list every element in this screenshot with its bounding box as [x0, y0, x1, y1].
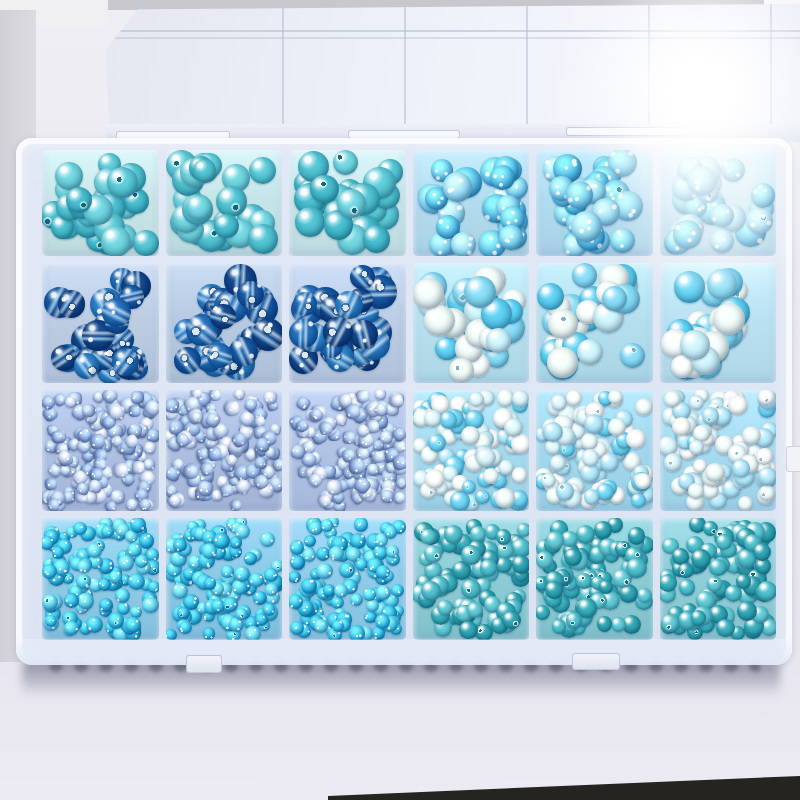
hinge-slot [566, 127, 686, 136]
bead [746, 207, 773, 234]
bead [179, 621, 192, 634]
bead [363, 225, 391, 253]
bead [751, 183, 776, 208]
bead [66, 187, 92, 213]
bead [511, 434, 529, 453]
bead [716, 619, 735, 638]
bead [384, 525, 398, 539]
bead [443, 172, 473, 202]
bead [335, 291, 363, 319]
bead [758, 390, 774, 405]
bead [517, 523, 529, 538]
bead [424, 545, 442, 563]
bead [290, 621, 304, 635]
bead [584, 489, 600, 505]
box-lid-open [106, 4, 800, 138]
bead [73, 522, 86, 535]
compartment-r2c2 [166, 263, 283, 383]
bead [572, 263, 597, 288]
bead [757, 581, 776, 601]
compartment-r3c3 [289, 390, 406, 511]
bead [674, 271, 706, 303]
bead [459, 621, 477, 639]
photo-scene [0, 0, 800, 800]
compartment-tray [42, 150, 776, 640]
bead [428, 434, 446, 452]
bead [581, 433, 598, 450]
bead [304, 535, 316, 547]
compartment-r3c2 [166, 390, 283, 511]
compartment-r1c5 [536, 150, 653, 256]
bead [316, 563, 332, 579]
bead [235, 524, 251, 540]
bead [420, 529, 435, 544]
bead [490, 165, 515, 190]
bead [504, 418, 523, 437]
bead [45, 498, 60, 511]
bead [476, 448, 495, 467]
bead [237, 281, 264, 308]
bead [597, 616, 613, 632]
bead [349, 320, 378, 349]
bead [702, 407, 719, 424]
bead [183, 464, 198, 479]
bead [316, 547, 330, 561]
bead [207, 343, 232, 368]
compartment-r4c2 [166, 518, 283, 640]
bead [461, 579, 481, 599]
bead [207, 446, 222, 461]
bead [289, 571, 301, 583]
bead [577, 339, 603, 365]
bead [571, 211, 602, 242]
bead [512, 467, 528, 483]
compartment-r4c4 [413, 518, 530, 640]
bead [502, 611, 520, 629]
bead [221, 565, 234, 578]
bead [82, 403, 95, 416]
bead [440, 411, 457, 428]
bead [736, 574, 751, 589]
side-hinge-tab [786, 446, 800, 472]
bead [329, 546, 344, 561]
bead [248, 224, 278, 254]
bead [363, 588, 375, 600]
bead [55, 162, 83, 190]
compartment-r4c3 [289, 518, 406, 640]
compartment-r2c1 [42, 263, 159, 383]
bead [450, 491, 469, 510]
bead [118, 555, 135, 572]
bead [45, 615, 57, 627]
lid-compartment-ridges [106, 4, 800, 138]
bead [680, 330, 710, 360]
bead [564, 548, 582, 566]
bead [203, 627, 216, 640]
bead [244, 552, 257, 565]
bead [576, 525, 595, 544]
bead [486, 328, 511, 353]
bead [348, 458, 365, 475]
compartment-r2c6 [660, 263, 777, 383]
bead [214, 214, 239, 239]
bead [260, 532, 275, 547]
bead [101, 525, 114, 538]
bead [608, 418, 626, 436]
bead [213, 533, 229, 549]
bead [290, 540, 305, 555]
bead [263, 391, 277, 405]
bead [107, 167, 138, 198]
bead [333, 150, 358, 175]
bead [249, 573, 263, 587]
bead [289, 594, 303, 608]
bead [462, 480, 477, 495]
bead [582, 449, 599, 466]
latch-tab [572, 653, 620, 670]
bead [350, 593, 363, 606]
bead [77, 560, 90, 573]
bead [707, 576, 723, 592]
bead [721, 158, 745, 182]
bead [64, 621, 78, 635]
bead [295, 207, 325, 237]
bead [210, 304, 235, 329]
bead [661, 614, 679, 632]
bead [444, 525, 463, 544]
compartment-r4c6 [660, 518, 777, 640]
bead [710, 229, 734, 253]
bead [631, 493, 646, 508]
bead [475, 490, 490, 505]
compartment-r4c5 [536, 518, 653, 640]
bead [253, 591, 267, 605]
bead [131, 391, 144, 404]
bead [705, 463, 725, 483]
bead [108, 612, 125, 629]
bead [64, 593, 79, 608]
compartment-r1c3 [289, 150, 406, 256]
bead [660, 574, 677, 592]
bead [543, 422, 563, 442]
compartment-r1c6 [660, 150, 777, 256]
compartment-r2c5 [536, 263, 653, 383]
bead [707, 269, 738, 300]
bead [693, 425, 710, 442]
bead [664, 391, 681, 408]
bead [293, 292, 317, 316]
bead [737, 601, 757, 621]
bead [235, 608, 248, 621]
bead [229, 499, 242, 511]
bead [391, 584, 404, 597]
bead [142, 597, 159, 614]
bead [635, 398, 653, 416]
bead [131, 461, 144, 474]
bead [186, 195, 211, 220]
bead [602, 286, 627, 311]
bead [673, 220, 702, 249]
bead [620, 343, 645, 368]
bead [566, 181, 593, 208]
bead [758, 467, 776, 486]
bead [679, 579, 695, 595]
bead [42, 594, 58, 610]
bead [713, 303, 745, 335]
bead [738, 496, 753, 511]
bead [376, 585, 391, 600]
bead [710, 204, 733, 227]
bead [99, 598, 113, 612]
bead [174, 347, 201, 374]
bead [495, 488, 515, 508]
bead [77, 593, 94, 610]
bead [87, 543, 102, 558]
latch-tab [186, 655, 222, 673]
compartment-r1c2 [166, 150, 283, 256]
bead [556, 482, 575, 501]
bead [301, 578, 317, 594]
bead [449, 358, 474, 383]
bead [349, 625, 366, 640]
bead [691, 610, 706, 625]
bead [128, 573, 145, 590]
bead [546, 531, 564, 549]
bead [425, 469, 445, 489]
bead [115, 588, 130, 603]
bead [691, 549, 711, 569]
bead [386, 545, 398, 557]
bead [232, 579, 247, 594]
bead [483, 468, 499, 484]
bead [545, 581, 563, 599]
bead [321, 519, 333, 531]
bead [112, 348, 139, 375]
bead [689, 440, 704, 455]
bead [626, 558, 646, 578]
compartment-r3c1 [42, 390, 159, 511]
compartment-r3c6 [660, 390, 777, 511]
bead [144, 459, 155, 470]
bead [339, 562, 355, 578]
bead [354, 518, 369, 532]
bead [496, 529, 512, 545]
bead [678, 563, 694, 579]
bead [42, 564, 57, 579]
bead [536, 551, 553, 569]
compartment-r1c4 [413, 150, 530, 256]
bead [594, 521, 612, 539]
compartment-r3c5 [536, 390, 653, 511]
bead [249, 157, 276, 184]
compartment-r2c4 [413, 263, 530, 383]
bead [148, 581, 159, 593]
bead [635, 473, 651, 489]
bead [566, 612, 583, 629]
bead [551, 394, 567, 410]
bead [172, 583, 188, 599]
bead [689, 395, 705, 411]
box-front-wall [16, 639, 792, 665]
bead [753, 543, 771, 561]
bead [102, 298, 131, 327]
compartment-r3c4 [413, 390, 530, 511]
bead [334, 584, 349, 599]
bead [566, 390, 582, 406]
bead [512, 555, 529, 574]
bead [421, 581, 441, 601]
bead [314, 619, 328, 633]
bead [600, 453, 619, 472]
bead [626, 429, 646, 449]
bead [728, 395, 748, 415]
storage-box-base [16, 138, 792, 665]
bead [464, 276, 496, 308]
bead [289, 319, 318, 348]
bead [101, 226, 131, 256]
bead [461, 545, 480, 564]
bead [254, 456, 268, 470]
bead [451, 232, 476, 256]
bead [536, 605, 550, 620]
bead [204, 577, 217, 590]
bead [234, 566, 250, 582]
bead [637, 588, 652, 603]
bead [469, 392, 484, 407]
bead [610, 228, 635, 253]
bead [716, 534, 732, 550]
bead [223, 597, 238, 612]
bead [52, 546, 65, 559]
bead [127, 543, 141, 557]
bead [467, 602, 483, 618]
compartment-r1c1 [42, 150, 159, 256]
compartment-r4c1 [42, 518, 159, 640]
bead [732, 459, 750, 477]
bead [265, 583, 278, 596]
bead [310, 175, 338, 203]
bead [541, 473, 556, 488]
bead [664, 453, 683, 472]
bead [58, 290, 86, 318]
compartment-r2c3 [289, 263, 406, 383]
bead [216, 186, 247, 217]
bead [263, 603, 276, 616]
bead [224, 400, 240, 416]
bead [133, 230, 158, 256]
bead [327, 480, 342, 495]
bead [437, 600, 452, 615]
bead [756, 448, 772, 464]
bead [74, 353, 100, 379]
bead [86, 616, 103, 633]
bead [245, 626, 261, 640]
bead [499, 225, 524, 250]
bead [709, 559, 727, 577]
